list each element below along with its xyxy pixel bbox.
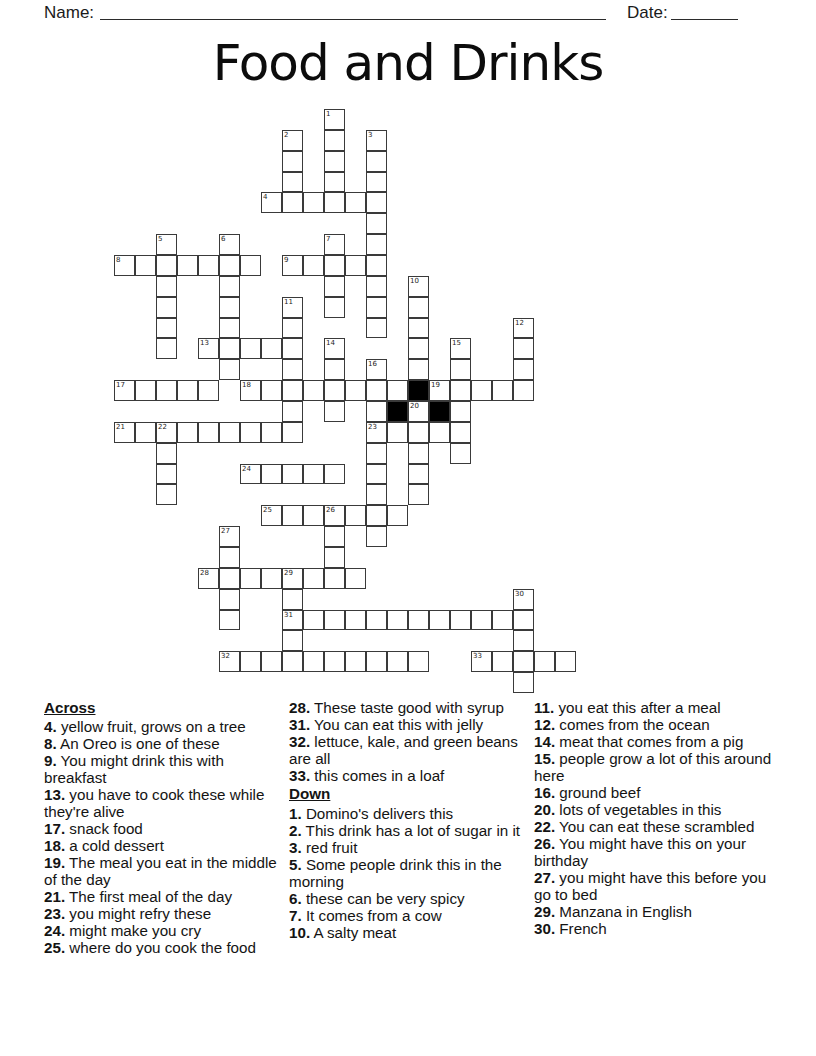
clue-number: 31.	[289, 716, 310, 733]
grid-cell[interactable]: 4	[261, 192, 282, 213]
clue-number: 3.	[289, 839, 302, 856]
grid-cell[interactable]	[408, 297, 429, 318]
grid-cell[interactable]	[429, 422, 450, 443]
cell-number: 28	[200, 569, 209, 577]
grid-cell[interactable]	[282, 401, 303, 422]
grid-cell[interactable]	[324, 464, 345, 485]
clue-column-1: Across4. yellow fruit, grows on a tree8.…	[44, 699, 281, 956]
grid-cell[interactable]	[450, 359, 471, 380]
grid-cell[interactable]: 17	[114, 380, 135, 401]
grid-cell[interactable]	[492, 380, 513, 401]
cell-number: 10	[410, 277, 419, 285]
clue-across-8: 8. An Oreo is one of these	[44, 735, 281, 752]
cell-number: 25	[263, 506, 272, 514]
grid-cell[interactable]	[345, 610, 366, 631]
grid-cell[interactable]	[282, 338, 303, 359]
clue-down-7: 7. It comes from a cow	[289, 907, 523, 924]
grid-cell[interactable]	[513, 359, 534, 380]
grid-cell[interactable]	[177, 255, 198, 276]
grid-cell[interactable]	[366, 276, 387, 297]
grid-cell[interactable]	[471, 380, 492, 401]
clue-down-5: 5. Some people drink this in the morning	[289, 856, 523, 890]
grid-cell[interactable]	[135, 380, 156, 401]
clue-across-9: 9. You might drink this with breakfast	[44, 752, 281, 786]
grid-cell[interactable]	[198, 380, 219, 401]
clue-across-32: 32. lettuce, kale, and green beans are a…	[289, 733, 523, 767]
clue-down-20: 20. lots of vegetables in this	[534, 801, 786, 818]
grid-cell[interactable]	[408, 443, 429, 464]
clue-down-12: 12. comes from the ocean	[534, 716, 786, 733]
grid-cell[interactable]	[240, 422, 261, 443]
clue-number: 15.	[534, 750, 555, 767]
grid-cell[interactable]	[219, 589, 240, 610]
cell-number: 33	[473, 652, 482, 660]
grid-cell[interactable]	[282, 192, 303, 213]
grid-cell[interactable]	[324, 276, 345, 297]
clue-column-3: 11. you eat this after a meal12. comes f…	[534, 699, 786, 937]
grid-cell[interactable]	[387, 505, 408, 526]
grid-cell[interactable]	[219, 359, 240, 380]
clue-across-17: 17. snack food	[44, 820, 281, 837]
grid-cell[interactable]	[324, 526, 345, 547]
grid-cell[interactable]	[261, 464, 282, 485]
grid-cell[interactable]	[303, 568, 324, 589]
cell-number: 19	[431, 381, 440, 389]
clue-down-10: 10. A salty meat	[289, 924, 523, 941]
grid-cell[interactable]	[408, 338, 429, 359]
grid-cell[interactable]	[366, 151, 387, 172]
cell-number: 12	[515, 319, 524, 327]
grid-cell[interactable]: 31	[282, 610, 303, 631]
grid-cell[interactable]	[324, 359, 345, 380]
grid-cell[interactable]	[156, 297, 177, 318]
grid-cell[interactable]: 32	[219, 651, 240, 672]
clue-number: 4.	[44, 718, 57, 735]
grid-cell[interactable]	[387, 610, 408, 631]
across-heading: Across	[44, 699, 281, 716]
grid-cell[interactable]	[282, 380, 303, 401]
grid-cell-black	[408, 380, 429, 401]
cell-number: 16	[368, 360, 377, 368]
grid-cell[interactable]	[282, 359, 303, 380]
clue-down-16: 16. ground beef	[534, 784, 786, 801]
clue-column-2: 28. These taste good with syrup31. You c…	[289, 699, 523, 941]
grid-cell[interactable]	[240, 651, 261, 672]
grid-cell[interactable]	[429, 610, 450, 631]
clue-number: 6.	[289, 890, 302, 907]
clue-down-3: 3. red fruit	[289, 839, 523, 856]
grid-cell[interactable]	[366, 651, 387, 672]
grid-cell[interactable]	[219, 338, 240, 359]
grid-cell[interactable]	[408, 318, 429, 339]
grid-cell[interactable]	[366, 213, 387, 234]
cell-number: 6	[221, 235, 225, 243]
clue-down-14: 14. meat that comes from a pig	[534, 733, 786, 750]
clue-number: 24.	[44, 922, 65, 939]
clue-number: 8.	[44, 735, 57, 752]
clue-number: 19.	[44, 854, 65, 871]
grid-cell[interactable]	[450, 380, 471, 401]
grid-cell[interactable]	[345, 380, 366, 401]
clue-down-29: 29. Manzana in English	[534, 903, 786, 920]
grid-cell[interactable]: 22	[156, 422, 177, 443]
grid-cell[interactable]	[492, 610, 513, 631]
grid-cell[interactable]	[366, 234, 387, 255]
grid-cell[interactable]	[303, 192, 324, 213]
clue-across-31: 31. You can eat this with jelly	[289, 716, 523, 733]
grid-cell[interactable]	[324, 547, 345, 568]
grid-cell[interactable]	[450, 422, 471, 443]
grid-cell[interactable]	[366, 380, 387, 401]
grid-cell[interactable]	[198, 422, 219, 443]
clue-across-33: 33. this comes in a loaf	[289, 767, 523, 784]
clue-number: 2.	[289, 822, 302, 839]
grid-cell[interactable]	[156, 443, 177, 464]
grid-cell[interactable]	[261, 568, 282, 589]
grid-cell[interactable]: 6	[219, 234, 240, 255]
cell-number: 29	[284, 569, 293, 577]
clue-number: 33.	[289, 767, 310, 784]
clue-down-15: 15. people grow a lot of this around her…	[534, 750, 786, 784]
grid-cell[interactable]	[156, 338, 177, 359]
grid-cell[interactable]	[408, 359, 429, 380]
clue-across-25: 25. where do you cook the food	[44, 939, 281, 956]
clue-number: 26.	[534, 835, 555, 852]
date-fill-line[interactable]	[671, 2, 738, 20]
grid-cell[interactable]	[513, 630, 534, 651]
grid-cell[interactable]	[513, 672, 534, 693]
clue-across-24: 24. might make you cry	[44, 922, 281, 939]
grid-cell[interactable]	[219, 547, 240, 568]
grid-cell[interactable]	[261, 651, 282, 672]
grid-cell[interactable]	[324, 610, 345, 631]
grid-cell[interactable]	[240, 568, 261, 589]
clue-across-21: 21. The first meal of the day	[44, 888, 281, 905]
cell-number: 5	[158, 235, 162, 243]
cell-number: 18	[242, 381, 251, 389]
cell-number: 26	[326, 506, 335, 514]
grid-cell[interactable]	[219, 276, 240, 297]
grid-cell[interactable]: 3	[366, 130, 387, 151]
clue-number: 1.	[289, 805, 302, 822]
grid-cell[interactable]	[156, 276, 177, 297]
cell-number: 23	[368, 423, 377, 431]
grid-cell[interactable]	[366, 401, 387, 422]
grid-cell[interactable]	[324, 297, 345, 318]
clue-number: 11.	[534, 699, 554, 716]
clue-down-26: 26. You might have this on your birthday	[534, 835, 786, 869]
clue-number: 28.	[289, 699, 310, 716]
grid-cell[interactable]	[345, 505, 366, 526]
cell-number: 4	[263, 193, 267, 201]
puzzle-title: Food and Drinks	[0, 34, 816, 92]
clue-down-6: 6. these can be very spicy	[289, 890, 523, 907]
grid-cell[interactable]	[282, 318, 303, 339]
grid-cell[interactable]	[303, 505, 324, 526]
cell-number: 14	[326, 339, 335, 347]
grid-cell[interactable]: 24	[240, 464, 261, 485]
clue-down-1: 1. Domino's delivers this	[289, 805, 523, 822]
clue-down-27: 27. you might have this before you go to…	[534, 869, 786, 903]
grid-cell[interactable]: 14	[324, 338, 345, 359]
grid-cell[interactable]	[324, 651, 345, 672]
grid-cell[interactable]	[219, 297, 240, 318]
grid-cell[interactable]	[177, 380, 198, 401]
clue-number: 18.	[44, 837, 65, 854]
grid-cell[interactable]	[261, 380, 282, 401]
grid-cell[interactable]	[156, 318, 177, 339]
grid-cell[interactable]	[282, 151, 303, 172]
clue-down-2: 2. This drink has a lot of sugar in it	[289, 822, 523, 839]
grid-cell[interactable]: 2	[282, 130, 303, 151]
grid-cell[interactable]	[324, 151, 345, 172]
grid-cell[interactable]: 23	[366, 422, 387, 443]
grid-cell[interactable]: 27	[219, 526, 240, 547]
grid-cell[interactable]	[303, 651, 324, 672]
grid-cell[interactable]: 16	[366, 359, 387, 380]
cell-number: 31	[284, 611, 293, 619]
clue-across-28: 28. These taste good with syrup	[289, 699, 523, 716]
grid-cell[interactable]	[366, 505, 387, 526]
grid-cell[interactable]	[324, 568, 345, 589]
grid-cell[interactable]	[135, 255, 156, 276]
clue-number: 22.	[534, 818, 555, 835]
cell-number: 8	[116, 256, 120, 264]
grid-cell[interactable]	[219, 610, 240, 631]
grid-cell[interactable]	[219, 568, 240, 589]
clue-down-11: 11. you eat this after a meal	[534, 699, 786, 716]
grid-cell[interactable]	[366, 484, 387, 505]
grid-cell[interactable]	[387, 651, 408, 672]
grid-cell[interactable]	[324, 130, 345, 151]
cell-number: 3	[368, 131, 372, 139]
grid-cell[interactable]: 5	[156, 234, 177, 255]
grid-cell[interactable]	[366, 464, 387, 485]
grid-cell[interactable]	[366, 172, 387, 193]
grid-cell[interactable]	[450, 443, 471, 464]
grid-cell[interactable]	[345, 192, 366, 213]
grid-cell[interactable]	[198, 255, 219, 276]
grid-cell[interactable]	[513, 610, 534, 631]
grid-cell[interactable]	[324, 255, 345, 276]
clue-number: 12.	[534, 716, 555, 733]
grid-cell[interactable]	[450, 610, 471, 631]
clue-across-18: 18. a cold dessert	[44, 837, 281, 854]
clue-number: 13.	[44, 786, 65, 803]
grid-cell[interactable]: 25	[261, 505, 282, 526]
grid-cell[interactable]	[303, 464, 324, 485]
grid-cell[interactable]	[366, 318, 387, 339]
grid-cell[interactable]	[324, 172, 345, 193]
grid-cell[interactable]: 1	[324, 109, 345, 130]
grid-cell[interactable]	[240, 338, 261, 359]
clue-down-30: 30. French	[534, 920, 786, 937]
grid-cell[interactable]	[534, 651, 555, 672]
grid-cell[interactable]	[366, 526, 387, 547]
clue-number: 7.	[289, 907, 302, 924]
grid-cell-black	[429, 401, 450, 422]
date-label: Date:	[627, 3, 668, 23]
cell-number: 17	[116, 381, 125, 389]
grid-cell[interactable]: 29	[282, 568, 303, 589]
grid-cell[interactable]	[156, 464, 177, 485]
cell-number: 11	[284, 298, 293, 306]
cell-number: 27	[221, 527, 230, 535]
grid-cell[interactable]	[135, 422, 156, 443]
grid-cell[interactable]	[219, 255, 240, 276]
cell-number: 13	[200, 339, 209, 347]
grid-cell[interactable]	[324, 192, 345, 213]
grid-cell[interactable]	[366, 297, 387, 318]
clue-across-13: 13. you have to cook these while they're…	[44, 786, 281, 820]
clue-number: 17.	[44, 820, 65, 837]
grid-cell[interactable]: 10	[408, 276, 429, 297]
grid-cell[interactable]: 13	[198, 338, 219, 359]
grid-cell[interactable]: 30	[513, 589, 534, 610]
grid-cell[interactable]: 20	[408, 401, 429, 422]
clue-number: 14.	[534, 733, 555, 750]
grid-cell[interactable]	[282, 589, 303, 610]
clue-down-22: 22. You can eat these scrambled	[534, 818, 786, 835]
grid-cell[interactable]: 9	[282, 255, 303, 276]
grid-cell[interactable]	[282, 651, 303, 672]
cell-number: 7	[326, 235, 330, 243]
grid-cell[interactable]	[471, 610, 492, 631]
clue-number: 21.	[44, 888, 65, 905]
grid-cell[interactable]	[345, 568, 366, 589]
clue-number: 5.	[289, 856, 302, 873]
grid-cell[interactable]	[513, 651, 534, 672]
grid-cell[interactable]	[303, 380, 324, 401]
cell-number: 22	[158, 423, 167, 431]
grid-cell[interactable]	[408, 484, 429, 505]
grid-cell[interactable]	[366, 610, 387, 631]
grid-cell[interactable]	[366, 192, 387, 213]
grid-cell[interactable]	[366, 255, 387, 276]
grid-cell[interactable]: 7	[324, 234, 345, 255]
cell-number: 20	[410, 402, 419, 410]
grid-cell[interactable]	[303, 255, 324, 276]
grid-cell[interactable]	[240, 255, 261, 276]
clue-number: 25.	[44, 939, 65, 956]
clue-number: 9.	[44, 752, 57, 769]
grid-cell[interactable]	[219, 422, 240, 443]
crossword-grid: 1234567891011121314151617181920212223242…	[114, 109, 576, 693]
grid-cell[interactable]	[156, 380, 177, 401]
grid-cell[interactable]	[282, 630, 303, 651]
clue-across-19: 19. The meal you eat in the middle of th…	[44, 854, 281, 888]
grid-cell[interactable]: 18	[240, 380, 261, 401]
grid-cell[interactable]: 19	[429, 380, 450, 401]
grid-cell[interactable]	[261, 338, 282, 359]
grid-cell[interactable]	[408, 422, 429, 443]
grid-cell[interactable]: 21	[114, 422, 135, 443]
grid-cell[interactable]	[156, 484, 177, 505]
cell-number: 30	[515, 590, 524, 598]
down-heading: Down	[289, 785, 523, 802]
grid-cell[interactable]	[408, 651, 429, 672]
name-label: Name:	[44, 3, 94, 23]
grid-cell[interactable]: 28	[198, 568, 219, 589]
grid-cell[interactable]: 15	[450, 338, 471, 359]
grid-cell[interactable]	[345, 651, 366, 672]
grid-cell-black	[387, 401, 408, 422]
grid-cell[interactable]	[555, 651, 576, 672]
cell-number: 2	[284, 131, 288, 139]
grid-cell[interactable]	[450, 401, 471, 422]
clue-number: 10.	[289, 924, 310, 941]
grid-cell[interactable]	[324, 401, 345, 422]
cell-number: 1	[326, 110, 330, 118]
grid-cell[interactable]	[282, 172, 303, 193]
grid-cell[interactable]	[219, 318, 240, 339]
grid-cell[interactable]	[408, 464, 429, 485]
grid-cell[interactable]	[324, 380, 345, 401]
clue-number: 16.	[534, 784, 555, 801]
grid-cell[interactable]	[513, 338, 534, 359]
grid-cell[interactable]	[303, 610, 324, 631]
clue-number: 23.	[44, 905, 65, 922]
clue-number: 32.	[289, 733, 310, 750]
clue-number: 20.	[534, 801, 555, 818]
grid-cell[interactable]	[345, 255, 366, 276]
grid-cell[interactable]	[387, 380, 408, 401]
grid-cell[interactable]	[177, 422, 198, 443]
grid-cell[interactable]	[408, 610, 429, 631]
grid-cell[interactable]: 11	[282, 297, 303, 318]
cell-number: 15	[452, 339, 461, 347]
clue-number: 27.	[534, 869, 555, 886]
grid-cell[interactable]	[261, 422, 282, 443]
cell-number: 9	[284, 256, 288, 264]
cell-number: 32	[221, 652, 230, 660]
grid-cell[interactable]	[366, 443, 387, 464]
name-fill-line[interactable]	[100, 2, 606, 20]
grid-cell[interactable]	[513, 380, 534, 401]
grid-cell[interactable]	[282, 505, 303, 526]
cell-number: 21	[116, 423, 125, 431]
clue-across-4: 4. yellow fruit, grows on a tree	[44, 718, 281, 735]
grid-cell[interactable]	[282, 422, 303, 443]
grid-cell[interactable]: 26	[324, 505, 345, 526]
worksheet-page: Name: Date: Food and Drinks 123456789101…	[0, 0, 816, 1056]
grid-cell[interactable]	[156, 255, 177, 276]
grid-cell[interactable]	[492, 651, 513, 672]
grid-cell[interactable]: 8	[114, 255, 135, 276]
cell-number: 24	[242, 465, 251, 473]
grid-cell[interactable]: 12	[513, 318, 534, 339]
clue-number: 30.	[534, 920, 555, 937]
clue-number: 29.	[534, 903, 555, 920]
grid-cell[interactable]: 33	[471, 651, 492, 672]
clue-across-23: 23. you might refry these	[44, 905, 281, 922]
grid-cell[interactable]	[387, 422, 408, 443]
grid-cell[interactable]	[282, 464, 303, 485]
